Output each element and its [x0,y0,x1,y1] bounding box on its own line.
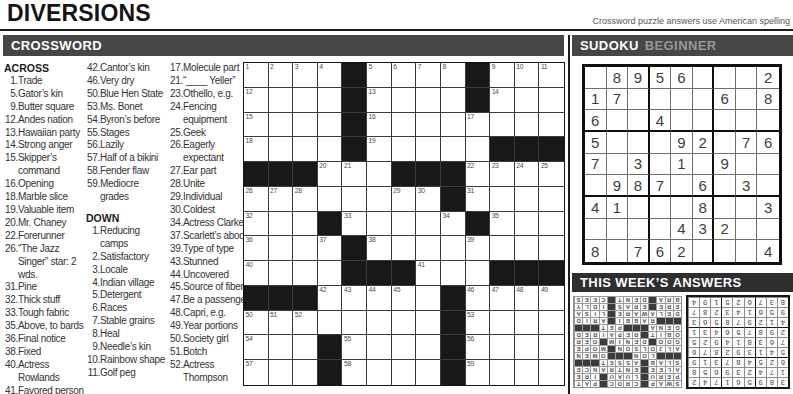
clue-28: 28.Unite [169,178,245,191]
sudoku-empty-cell[interactable] [585,67,607,89]
sudoku-empty-cell[interactable] [585,219,607,241]
crossword-cell[interactable] [515,212,540,237]
sudoku-empty-cell[interactable] [714,240,736,262]
clue-text: Valuable item [18,204,74,217]
crossword-cell[interactable] [539,236,564,261]
crossword-cell[interactable] [490,311,515,336]
cell-number: 9 [492,63,495,70]
sudoku-empty-cell[interactable] [736,197,758,219]
clue-text: Andes nation [18,114,73,127]
answer-letter-cell: A [599,317,607,324]
crossword-cell[interactable]: 47 [490,286,515,311]
clue-number: 44. [169,269,183,282]
sudoku-empty-cell[interactable] [714,132,736,154]
cell-number: 24 [516,162,523,169]
clue-50: 50.Society girl [169,333,245,346]
crossword-cell[interactable] [342,311,367,336]
clue-number: 37. [169,230,183,243]
answer-digit-cell: 7 [688,307,699,317]
clue-text: Trade [18,75,42,88]
crossword-cell[interactable] [318,113,343,138]
crossword-cell[interactable] [392,88,417,113]
answer-black-cell [582,324,590,331]
crossword-cell[interactable] [441,236,466,261]
crossword-cell[interactable]: 3 [293,63,318,88]
crossword-cell[interactable] [441,88,466,113]
crossword-cell[interactable]: 22 [466,162,491,187]
crossword-black-cell [392,261,417,286]
clue-number: 22. [4,230,18,243]
sudoku-empty-cell[interactable] [650,219,672,241]
crossword-black-cell [466,88,491,113]
sudoku-empty-cell[interactable] [736,110,758,132]
clue-number: 57. [86,152,100,165]
crossword-cell[interactable]: 18 [244,137,269,162]
crossword-cell[interactable] [539,335,564,360]
sudoku-empty-cell[interactable] [757,175,779,197]
crossword-cell[interactable] [293,360,318,385]
answer-letter-cell: D [640,296,648,303]
clue-text: Golf peg [100,367,135,380]
crossword-cell[interactable]: 40 [244,261,269,286]
answer-digit-cell: 3 [699,327,710,337]
crossword-cell[interactable] [539,360,564,385]
answer-black-cell [665,317,673,324]
crossword-cell[interactable] [416,113,441,138]
crossword-cell[interactable]: 24 [515,162,540,187]
answer-letter-cell: I [582,317,590,324]
clue-text: Be a passenger [183,294,249,307]
crossword-cell[interactable] [269,137,294,162]
answer-black-cell [607,317,615,324]
sudoku-empty-cell[interactable] [628,197,650,219]
crossword-black-cell [342,63,367,88]
crossword-cell[interactable] [367,162,392,187]
sudoku-given-cell: 5 [585,132,607,154]
sudoku-empty-cell[interactable] [607,219,629,241]
crossword-cell[interactable]: 49 [539,286,564,311]
crossword-cell[interactable] [293,88,318,113]
crossword-cell[interactable] [490,113,515,138]
answer-letter-cell: S [673,380,681,387]
crossword-cell[interactable] [269,88,294,113]
clue-number: 40. [4,359,18,385]
clue-24: 24.Fencing equipment [169,101,245,127]
answer-letter-cell: R [607,366,615,373]
answer-letter-cell: R [665,296,673,303]
crossword-cell[interactable]: 20 [318,162,343,187]
crossword-cell[interactable]: 11 [539,63,564,88]
crossword-cell[interactable] [539,113,564,138]
sudoku-empty-cell[interactable] [607,154,629,176]
crossword-cell[interactable] [515,335,540,360]
crossword-cell[interactable] [515,113,540,138]
clue-number: 7. [86,315,100,328]
crossword-cell[interactable]: 16 [367,113,392,138]
clue-11: 11.Golf peg [86,367,170,380]
crossword-black-cell [490,261,515,286]
crossword-cell[interactable] [367,212,392,237]
crossword-cell[interactable]: 7 [416,63,441,88]
crossword-cell[interactable]: 44 [367,286,392,311]
crossword-cell[interactable] [539,311,564,336]
clue-51: 51.Botch [169,346,245,359]
crossword-cell[interactable]: 5 [367,63,392,88]
crossword-cell[interactable]: 2 [269,63,294,88]
answer-letter-cell: O [590,345,598,352]
crossword-cell[interactable]: 4 [318,63,343,88]
sudoku-empty-cell[interactable] [736,219,758,241]
answer-black-cell [607,352,615,359]
sudoku-empty-cell[interactable] [757,110,779,132]
answer-letter-cell: R [632,303,640,310]
sudoku-level-label: BEGINNER [645,38,717,53]
clue-text: Scarlett’s abode [183,230,250,243]
crossword-cell[interactable]: 46 [466,286,491,311]
crossword-cell[interactable] [416,360,441,385]
clue-number: 15. [4,152,18,178]
answer-digit-cell: 2 [744,367,755,377]
crossword-cell[interactable]: 35 [490,212,515,237]
answer-digit-cell: 5 [732,327,743,337]
crossword-cell[interactable]: 56 [466,335,491,360]
crossword-cell[interactable]: 28 [293,187,318,212]
sudoku-given-cell: 8 [607,67,629,89]
answer-digit-cell: 1 [699,357,710,367]
crossword-cell[interactable] [367,311,392,336]
sudoku-empty-cell[interactable] [650,154,672,176]
answer-letter-cell: I [599,331,607,338]
crossword-cell[interactable]: 41 [416,261,441,286]
crossword-cell[interactable] [416,311,441,336]
sudoku-empty-cell[interactable] [628,132,650,154]
sudoku-empty-cell[interactable] [671,110,693,132]
crossword-black-cell [466,212,491,237]
crossword-cell[interactable] [416,137,441,162]
answer-letter-cell: T [574,380,582,387]
answer-letter-cell: D [574,317,582,324]
sudoku-empty-cell[interactable] [607,132,629,154]
clue-text: Society girl [183,333,228,346]
crossword-cell[interactable]: 26 [244,187,269,212]
answer-letter-cell: B [648,359,656,366]
crossword-cell[interactable]: 15 [244,113,269,138]
crossword-cell[interactable] [539,88,564,113]
crossword-cell[interactable]: 50 [244,311,269,336]
crossword-cell[interactable] [539,187,564,212]
sudoku-empty-cell[interactable] [650,89,672,111]
crossword-cell[interactable] [416,286,441,311]
answer-letter-cell: A [632,359,640,366]
sudoku-empty-cell[interactable] [650,197,672,219]
crossword-cell[interactable]: 43 [342,286,367,311]
answer-letter-cell: C [632,380,640,387]
answer-letter-cell: L [656,310,664,317]
crossword-cell[interactable] [269,236,294,261]
cell-number: 37 [319,236,326,243]
answer-letter-cell: A [656,380,664,387]
sudoku-empty-cell[interactable] [671,89,693,111]
answer-letter-cell: I [656,331,664,338]
clue-list-header: ACROSS [4,62,84,75]
sudoku-empty-cell[interactable] [693,67,715,89]
answer-letter-cell: N [623,338,631,345]
sudoku-empty-cell[interactable] [757,154,779,176]
answer-digit-cell: 2 [777,327,788,337]
crossword-cell[interactable]: 33 [342,212,367,237]
crossword-cell[interactable] [367,360,392,385]
sudoku-empty-cell[interactable] [585,175,607,197]
crossword-cell[interactable]: 55 [342,335,367,360]
clue-1: 1.Reducing camps [86,225,170,251]
sudoku-empty-cell[interactable] [671,197,693,219]
sudoku-empty-cell[interactable] [607,240,629,262]
answer-digit-cell: 8 [688,367,699,377]
answer-black-cell [632,324,640,331]
crossword-cell[interactable]: 1 [244,63,269,88]
crossword-cell[interactable] [416,335,441,360]
crossword-cell[interactable] [318,187,343,212]
crossword-cell[interactable]: 12 [244,88,269,113]
crossword-cell[interactable] [441,261,466,286]
crossword-cell[interactable] [490,236,515,261]
crossword-cell[interactable]: 51 [269,311,294,336]
answer-digit-cell: 3 [777,377,788,387]
clue-number: 19. [4,204,18,217]
answer-letter-cell: S [574,296,582,303]
crossword-cell[interactable] [367,187,392,212]
cell-number: 6 [393,63,396,70]
answer-letter-cell: O [640,352,648,359]
crossword-cell[interactable] [466,137,491,162]
crossword-cell[interactable] [269,212,294,237]
crossword-cell[interactable] [293,137,318,162]
crossword-cell[interactable]: 37 [318,236,343,261]
answer-digit-cell: 4 [710,327,721,337]
sudoku-empty-cell[interactable] [714,197,736,219]
crossword-cell[interactable] [490,187,515,212]
crossword-cell[interactable] [318,137,343,162]
crossword-cell[interactable] [515,187,540,212]
crossword-cell[interactable]: 13 [367,88,392,113]
crossword-cell[interactable] [392,360,417,385]
crossword-cell[interactable] [515,236,540,261]
answer-digit-cell: 1 [721,377,732,387]
crossword-cell[interactable] [515,311,540,336]
answer-digit-cell: 8 [732,357,743,367]
crossword-cell[interactable] [416,236,441,261]
answer-letter-cell: A [582,380,590,387]
cell-number: 46 [467,286,474,293]
crossword-cell[interactable] [318,311,343,336]
crossword-cell[interactable] [293,335,318,360]
clue-4: 4.Indian village [86,277,170,290]
clue-40: 40.Actress Rowlands [4,359,84,385]
crossword-cell[interactable]: 25 [539,162,564,187]
sudoku-empty-cell[interactable] [757,219,779,241]
crossword-cell[interactable] [293,212,318,237]
crossword-cell[interactable]: 48 [515,286,540,311]
clue-23: 23.Othello, e.g. [169,88,245,101]
crossword-cell[interactable]: 21 [342,162,367,187]
crossword-cell[interactable]: 57 [244,360,269,385]
crossword-cell[interactable] [318,88,343,113]
crossword-cell[interactable] [392,311,417,336]
clue-5: 5.Detergent [86,289,170,302]
answer-letter-cell: E [656,303,664,310]
sudoku-empty-cell[interactable] [714,67,736,89]
crossword-cell[interactable]: 58 [342,360,367,385]
answer-black-cell [607,303,615,310]
clue-number: 49. [169,320,183,333]
clue-36: 36.Final notice [4,333,84,346]
crossword-cell[interactable]: 30 [416,187,441,212]
sudoku-empty-cell[interactable] [714,175,736,197]
answer-letter-cell: A [632,310,640,317]
crossword-cell[interactable] [441,137,466,162]
clue-text: Othello, e.g. [183,88,233,101]
crossword-cell[interactable] [367,335,392,360]
answer-letter-cell: E [665,324,673,331]
sudoku-empty-cell[interactable] [693,110,715,132]
sudoku-given-cell: 4 [671,219,693,241]
crossword-cell[interactable]: 54 [244,335,269,360]
cell-number: 15 [246,113,253,120]
answer-digit-cell: 5 [710,317,721,327]
crossword-cell[interactable] [515,88,540,113]
sudoku-empty-cell[interactable] [693,240,715,262]
crossword-cell[interactable]: 38 [367,236,392,261]
answer-letter-cell: I [590,373,598,380]
clue-number: 21. [169,75,183,88]
answer-letter-cell: A [607,331,615,338]
cell-number: 50 [246,311,253,318]
crossword-cell[interactable]: 52 [293,311,318,336]
answer-letter-cell: R [574,338,582,345]
crossword-cell[interactable]: 31 [466,187,491,212]
sudoku-section-label: SUDOKU [580,38,639,53]
crossword-cell[interactable] [293,261,318,286]
clue-10: 10.Rainbow shape [86,354,170,367]
crossword-cell[interactable]: 8 [441,63,466,88]
answer-digit-cell: 3 [755,337,766,347]
crossword-cell[interactable] [392,212,417,237]
crossword-cell[interactable] [269,261,294,286]
cell-number: 52 [295,311,302,318]
clue-number: 25. [169,127,183,140]
clue-number: 42. [86,62,100,75]
crossword-cell[interactable] [490,360,515,385]
crossword-cell[interactable] [318,261,343,286]
crossword-cell[interactable] [293,113,318,138]
crossword-cell[interactable] [342,187,367,212]
sudoku-empty-cell[interactable] [736,67,758,89]
crossword-cell[interactable]: 34 [441,212,466,237]
sudoku-empty-cell[interactable] [628,89,650,111]
crossword-cell[interactable] [392,236,417,261]
sudoku-empty-cell[interactable] [628,110,650,132]
crossword-cell[interactable]: 23 [490,162,515,187]
sudoku-given-cell: 6 [714,89,736,111]
crossword-cell[interactable]: 29 [392,187,417,212]
sudoku-empty-cell[interactable] [650,132,672,154]
sudoku-empty-cell[interactable] [714,110,736,132]
crossword-cell[interactable]: 36 [244,236,269,261]
clue-number: 8. [86,328,100,341]
crossword-cell[interactable]: 10 [515,63,540,88]
crossword-cell[interactable] [416,212,441,237]
crossword-cell[interactable]: 39 [466,236,491,261]
answer-letter-cell: I [599,303,607,310]
crossword-cell[interactable] [269,113,294,138]
crossword-cell[interactable]: 32 [244,212,269,237]
clue-number: 38. [4,346,18,359]
crossword-cell[interactable] [539,212,564,237]
clue-number: 46. [86,75,100,88]
crossword-cell[interactable] [441,113,466,138]
crossword-cell[interactable] [416,88,441,113]
clue-59: 59.Mediocre grades [86,178,170,204]
crossword-cell[interactable]: 14 [490,88,515,113]
answer-digit-cell: 6 [755,307,766,317]
sudoku-empty-cell[interactable] [736,240,758,262]
sudoku-empty-cell[interactable] [671,175,693,197]
crossword-cell[interactable]: 19 [367,137,392,162]
clue-text: Cantor’s kin [100,62,149,75]
answer-letter-cell: E [640,303,648,310]
cell-number: 42 [319,286,326,293]
clue-35: 35.Above, to bards [4,320,84,333]
cell-number: 58 [344,360,351,367]
crossword-cell[interactable] [466,261,491,286]
crossword-cell[interactable] [490,335,515,360]
clue-48: 48.Capri, e.g. [169,307,245,320]
answer-letter-cell: T [615,366,623,373]
crossword-cell[interactable]: 42 [318,286,343,311]
crossword-cell[interactable]: 17 [466,113,491,138]
sudoku-empty-cell[interactable] [607,110,629,132]
crossword-cell[interactable]: 27 [269,187,294,212]
clue-25: 25.Geek [169,127,245,140]
answer-letter-cell: L [599,310,607,317]
crossword-cell[interactable]: 6 [392,63,417,88]
crossword-cell[interactable] [392,113,417,138]
sudoku-empty-cell[interactable] [736,154,758,176]
answer-digit-cell: 1 [710,297,721,307]
clue-text: Coldest [183,204,215,217]
crossword-cell[interactable]: 53 [466,311,491,336]
crossword-cell[interactable] [293,236,318,261]
crossword-cell[interactable]: 45 [392,286,417,311]
crossword-cell[interactable] [515,360,540,385]
answer-letter-cell: E [632,296,640,303]
answer-digit-cell: 8 [766,377,777,387]
crossword-cell[interactable] [392,137,417,162]
sudoku-empty-cell[interactable] [736,89,758,111]
clue-2: 2.Satisfactory [86,251,170,264]
sudoku-empty-cell[interactable] [693,89,715,111]
crossword-cell[interactable] [269,335,294,360]
crossword-cell[interactable]: 59 [466,360,491,385]
cell-number: 38 [369,236,376,243]
answer-letter-cell: D [640,338,648,345]
crossword-cell[interactable] [392,335,417,360]
sudoku-empty-cell[interactable] [693,154,715,176]
cell-number: 47 [492,286,499,293]
crossword-cell[interactable] [269,360,294,385]
sudoku-empty-cell[interactable] [628,219,650,241]
crossword-cell[interactable]: 9 [490,63,515,88]
